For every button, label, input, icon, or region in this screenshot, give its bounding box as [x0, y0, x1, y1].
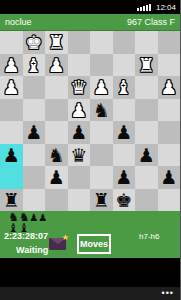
white-pawn: ♟	[160, 76, 177, 98]
black-pawn: ♟	[25, 121, 42, 143]
white-rook: ♜	[138, 54, 155, 76]
square-f5[interactable]	[45, 121, 68, 144]
square-f2[interactable]: ♟	[45, 54, 68, 77]
content-black-area	[0, 258, 180, 287]
square-a8[interactable]	[158, 189, 181, 212]
status-bar: 12:04	[0, 0, 180, 14]
square-a1[interactable]	[158, 31, 181, 54]
game-footer: ♞♞♟♟ ♝♝ 2:23:28:07 Waiting ★ Moves h7-h6	[0, 211, 180, 258]
game-header: noclue 967 Class F	[0, 14, 180, 31]
square-g1[interactable]: ♚	[23, 31, 46, 54]
black-king: ♚	[115, 189, 132, 211]
square-d7[interactable]	[90, 166, 113, 189]
square-b5[interactable]	[135, 121, 158, 144]
black-rook: ♜	[3, 189, 20, 211]
last-move-label: h7-h6	[139, 232, 159, 241]
message-envelope-icon[interactable]: ★	[49, 238, 66, 250]
black-pawn: ♟	[160, 166, 177, 188]
square-e1[interactable]	[68, 31, 91, 54]
square-d3[interactable]: ♟	[90, 76, 113, 99]
star-badge-icon: ★	[62, 233, 69, 242]
square-f1[interactable]: ♜	[45, 31, 68, 54]
black-pawn: ♟	[138, 144, 155, 166]
black-queen: ♛	[70, 144, 87, 166]
black-rook: ♜	[93, 189, 110, 211]
square-g8[interactable]	[23, 189, 46, 212]
white-pawn: ♟	[70, 99, 87, 121]
square-a6[interactable]	[158, 144, 181, 167]
black-pawn: ♟	[70, 121, 87, 143]
square-g2[interactable]: ♝	[23, 54, 46, 77]
square-f8[interactable]	[45, 189, 68, 212]
opponent-name: noclue	[5, 17, 32, 27]
signal-strength-icon	[137, 3, 151, 11]
square-e5[interactable]: ♟	[68, 121, 91, 144]
square-e2[interactable]	[68, 54, 91, 77]
square-b6[interactable]: ♟	[135, 144, 158, 167]
square-f3[interactable]	[45, 76, 68, 99]
square-e7[interactable]	[68, 166, 91, 189]
square-b2[interactable]: ♜	[135, 54, 158, 77]
square-c6[interactable]	[113, 144, 136, 167]
app-bar: •••	[0, 287, 180, 300]
white-pawn: ♟	[3, 76, 20, 98]
square-c3[interactable]: ♝	[113, 76, 136, 99]
black-pawn: ♟	[3, 144, 20, 166]
square-g7[interactable]	[23, 166, 46, 189]
square-g5[interactable]: ♟	[23, 121, 46, 144]
square-d1[interactable]	[90, 31, 113, 54]
player-rating: 967 Class F	[127, 17, 175, 27]
square-b8[interactable]	[135, 189, 158, 212]
square-e8[interactable]	[68, 189, 91, 212]
square-e4[interactable]: ♟	[68, 99, 91, 122]
square-b4[interactable]	[135, 99, 158, 122]
square-c5[interactable]: ♟	[113, 121, 136, 144]
square-c8[interactable]: ♚	[113, 189, 136, 212]
square-f4[interactable]	[45, 99, 68, 122]
captured-pawn: ♟	[30, 212, 39, 223]
white-pawn: ♟	[3, 54, 20, 76]
square-d5[interactable]	[90, 121, 113, 144]
white-bishop: ♝	[115, 76, 132, 98]
more-options-icon[interactable]: •••	[162, 289, 174, 298]
square-a7[interactable]: ♟	[158, 166, 181, 189]
chess-board[interactable]: ♚♜♟♝♟♜♟♛♟♝♟♟♞♟♟♟♟♞♛♟♟♟♟♜♜♚	[0, 31, 180, 211]
game-clock: 2:23:28:07	[4, 231, 48, 241]
square-d2[interactable]	[90, 54, 113, 77]
square-d6[interactable]	[90, 144, 113, 167]
square-h5[interactable]	[0, 121, 23, 144]
square-g4[interactable]	[23, 99, 46, 122]
square-c2[interactable]	[113, 54, 136, 77]
square-b1[interactable]	[135, 31, 158, 54]
status-text: Waiting	[16, 245, 48, 255]
square-h8[interactable]: ♜	[0, 189, 23, 212]
square-e6[interactable]: ♛	[68, 144, 91, 167]
square-a2[interactable]	[158, 54, 181, 77]
square-a5[interactable]	[158, 121, 181, 144]
black-knight: ♞	[48, 144, 65, 166]
square-g6[interactable]	[23, 144, 46, 167]
square-f7[interactable]: ♟	[45, 166, 68, 189]
black-pawn: ♟	[48, 166, 65, 188]
square-h4[interactable]	[0, 99, 23, 122]
white-rook: ♜	[48, 31, 65, 53]
black-knight: ♞	[93, 99, 110, 121]
white-king: ♚	[25, 31, 42, 53]
moves-button[interactable]: Moves	[77, 234, 111, 254]
square-h6[interactable]: ♟	[0, 144, 23, 167]
square-a4[interactable]	[158, 99, 181, 122]
square-h3[interactable]: ♟	[0, 76, 23, 99]
square-f6[interactable]: ♞	[45, 144, 68, 167]
square-g3[interactable]	[23, 76, 46, 99]
phone-screen: 12:04 noclue 967 Class F ♚♜♟♝♟♜♟♛♟♝♟♟♞♟♟…	[0, 0, 180, 300]
square-c4[interactable]	[113, 99, 136, 122]
square-d4[interactable]: ♞	[90, 99, 113, 122]
white-pawn: ♟	[93, 76, 110, 98]
black-pawn: ♟	[115, 121, 132, 143]
square-b7[interactable]	[135, 166, 158, 189]
white-pawn: ♟	[48, 54, 65, 76]
square-h2[interactable]: ♟	[0, 54, 23, 77]
square-h7[interactable]	[0, 166, 23, 189]
square-e3[interactable]: ♛	[68, 76, 91, 99]
white-bishop: ♝	[25, 54, 42, 76]
captured-pawn: ♟	[39, 212, 48, 223]
white-queen: ♛	[70, 76, 87, 98]
black-pawn: ♟	[115, 166, 132, 188]
square-c7[interactable]: ♟	[113, 166, 136, 189]
square-d8[interactable]: ♜	[90, 189, 113, 212]
clock-time: 12:04	[156, 3, 176, 12]
square-b3[interactable]	[135, 76, 158, 99]
square-c1[interactable]	[113, 31, 136, 54]
square-h1[interactable]	[0, 31, 23, 54]
square-a3[interactable]: ♟	[158, 76, 181, 99]
